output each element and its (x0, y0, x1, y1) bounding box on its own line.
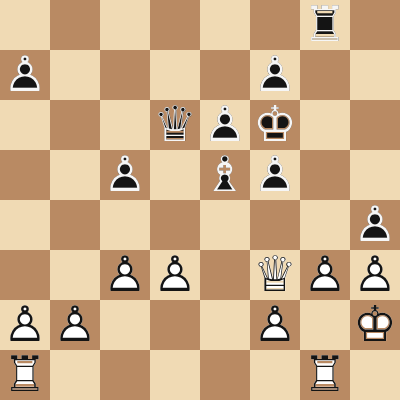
black-pawn-outline-glyph: ♙ (200, 100, 250, 150)
square-d7[interactable] (150, 50, 200, 100)
white-rook-fill-glyph: ♜ (300, 350, 350, 400)
square-f7[interactable]: ♟♙ (250, 50, 300, 100)
square-b8[interactable] (50, 0, 100, 50)
square-d8[interactable] (150, 0, 200, 50)
square-h6[interactable] (350, 100, 400, 150)
square-a8[interactable] (0, 0, 50, 50)
square-a5[interactable] (0, 150, 50, 200)
piece-white-pawn[interactable]: ♟♙ (100, 250, 150, 300)
piece-black-pawn[interactable]: ♟♙ (200, 100, 250, 150)
square-g1[interactable]: ♜♖ (300, 350, 350, 400)
square-b7[interactable] (50, 50, 100, 100)
square-h1[interactable] (350, 350, 400, 400)
square-h5[interactable] (350, 150, 400, 200)
black-pawn-outline-glyph: ♙ (0, 50, 50, 100)
piece-black-pawn[interactable]: ♟♙ (0, 50, 50, 100)
piece-white-pawn[interactable]: ♟♙ (350, 250, 400, 300)
piece-black-rook[interactable]: ♜♖ (300, 0, 350, 50)
square-d2[interactable] (150, 300, 200, 350)
black-pawn-outline-glyph: ♙ (250, 50, 300, 100)
square-g3[interactable]: ♟♙ (300, 250, 350, 300)
piece-black-pawn[interactable]: ♟♙ (250, 50, 300, 100)
white-pawn-fill-glyph: ♟ (350, 250, 400, 300)
white-pawn-outline-glyph: ♙ (350, 250, 400, 300)
white-pawn-fill-glyph: ♟ (150, 250, 200, 300)
white-pawn-outline-glyph: ♙ (100, 250, 150, 300)
square-b5[interactable] (50, 150, 100, 200)
black-queen-fill-glyph: ♛ (150, 100, 200, 150)
black-rook-fill-glyph: ♜ (300, 0, 350, 50)
square-g4[interactable] (300, 200, 350, 250)
black-pawn-fill-glyph: ♟ (100, 150, 150, 200)
square-d3[interactable]: ♟♙ (150, 250, 200, 300)
square-h4[interactable]: ♟♙ (350, 200, 400, 250)
square-a3[interactable] (0, 250, 50, 300)
square-g2[interactable] (300, 300, 350, 350)
square-f3[interactable]: ♛♕ (250, 250, 300, 300)
square-h8[interactable] (350, 0, 400, 50)
square-h3[interactable]: ♟♙ (350, 250, 400, 300)
white-pawn-fill-glyph: ♟ (0, 300, 50, 350)
black-bishop-fill-glyph: ♝ (200, 150, 250, 200)
black-king-outline-glyph: ♔ (250, 100, 300, 150)
square-f1[interactable] (250, 350, 300, 400)
square-g5[interactable] (300, 150, 350, 200)
piece-black-king[interactable]: ♚♔ (250, 100, 300, 150)
black-pawn-fill-glyph: ♟ (250, 50, 300, 100)
square-g6[interactable] (300, 100, 350, 150)
piece-white-pawn[interactable]: ♟♙ (250, 300, 300, 350)
black-pawn-outline-glyph: ♙ (100, 150, 150, 200)
square-a6[interactable] (0, 100, 50, 150)
square-e1[interactable] (200, 350, 250, 400)
white-pawn-outline-glyph: ♙ (50, 300, 100, 350)
square-e2[interactable] (200, 300, 250, 350)
black-queen-outline-glyph: ♕ (150, 100, 200, 150)
white-pawn-outline-glyph: ♙ (300, 250, 350, 300)
square-f5[interactable]: ♟♙ (250, 150, 300, 200)
square-e7[interactable] (200, 50, 250, 100)
black-pawn-outline-glyph: ♙ (350, 200, 400, 250)
white-king-fill-glyph: ♚ (350, 300, 400, 350)
square-b3[interactable] (50, 250, 100, 300)
black-pawn-fill-glyph: ♟ (250, 150, 300, 200)
white-king-outline-glyph: ♔ (350, 300, 400, 350)
black-bishop-outline-glyph: ♗ (200, 150, 250, 200)
piece-white-queen[interactable]: ♛♕ (250, 250, 300, 300)
piece-black-bishop[interactable]: ♝♗ (200, 150, 250, 200)
square-a7[interactable]: ♟♙ (0, 50, 50, 100)
black-pawn-outline-glyph: ♙ (250, 150, 300, 200)
square-e3[interactable] (200, 250, 250, 300)
piece-white-pawn[interactable]: ♟♙ (0, 300, 50, 350)
square-f2[interactable]: ♟♙ (250, 300, 300, 350)
square-e8[interactable] (200, 0, 250, 50)
chess-board: ♜♖♟♙♟♙♛♕♟♙♚♔♟♙♝♗♟♙♟♙♟♙♟♙♛♕♟♙♟♙♟♙♟♙♟♙♚♔♜♖… (0, 0, 400, 400)
square-h7[interactable] (350, 50, 400, 100)
black-king-fill-glyph: ♚ (250, 100, 300, 150)
piece-white-rook[interactable]: ♜♖ (0, 350, 50, 400)
square-f6[interactable]: ♚♔ (250, 100, 300, 150)
white-pawn-outline-glyph: ♙ (250, 300, 300, 350)
square-a2[interactable]: ♟♙ (0, 300, 50, 350)
piece-white-rook[interactable]: ♜♖ (300, 350, 350, 400)
piece-white-pawn[interactable]: ♟♙ (300, 250, 350, 300)
square-a1[interactable]: ♜♖ (0, 350, 50, 400)
black-pawn-fill-glyph: ♟ (200, 100, 250, 150)
square-c5[interactable]: ♟♙ (100, 150, 150, 200)
white-pawn-fill-glyph: ♟ (250, 300, 300, 350)
square-d5[interactable] (150, 150, 200, 200)
square-d1[interactable] (150, 350, 200, 400)
square-f4[interactable] (250, 200, 300, 250)
white-pawn-outline-glyph: ♙ (0, 300, 50, 350)
black-rook-outline-glyph: ♖ (300, 0, 350, 50)
white-pawn-fill-glyph: ♟ (300, 250, 350, 300)
square-h2[interactable]: ♚♔ (350, 300, 400, 350)
piece-white-pawn[interactable]: ♟♙ (150, 250, 200, 300)
square-g8[interactable]: ♜♖ (300, 0, 350, 50)
square-c8[interactable] (100, 0, 150, 50)
square-a4[interactable] (0, 200, 50, 250)
square-b1[interactable] (50, 350, 100, 400)
white-queen-fill-glyph: ♛ (250, 250, 300, 300)
square-e6[interactable]: ♟♙ (200, 100, 250, 150)
piece-white-king[interactable]: ♚♔ (350, 300, 400, 350)
square-d4[interactable] (150, 200, 200, 250)
white-queen-outline-glyph: ♕ (250, 250, 300, 300)
square-b4[interactable] (50, 200, 100, 250)
piece-black-pawn[interactable]: ♟♙ (350, 200, 400, 250)
white-pawn-fill-glyph: ♟ (100, 250, 150, 300)
white-rook-outline-glyph: ♖ (0, 350, 50, 400)
square-g7[interactable] (300, 50, 350, 100)
square-c3[interactable]: ♟♙ (100, 250, 150, 300)
square-d6[interactable]: ♛♕ (150, 100, 200, 150)
square-e4[interactable] (200, 200, 250, 250)
piece-black-pawn[interactable]: ♟♙ (250, 150, 300, 200)
black-pawn-fill-glyph: ♟ (0, 50, 50, 100)
black-pawn-fill-glyph: ♟ (350, 200, 400, 250)
piece-black-pawn[interactable]: ♟♙ (100, 150, 150, 200)
square-f8[interactable] (250, 0, 300, 50)
white-rook-fill-glyph: ♜ (0, 350, 50, 400)
square-c1[interactable] (100, 350, 150, 400)
square-c7[interactable] (100, 50, 150, 100)
square-c6[interactable] (100, 100, 150, 150)
white-rook-outline-glyph: ♖ (300, 350, 350, 400)
square-c4[interactable] (100, 200, 150, 250)
square-e5[interactable]: ♝♗ (200, 150, 250, 200)
piece-white-pawn[interactable]: ♟♙ (50, 300, 100, 350)
white-pawn-fill-glyph: ♟ (50, 300, 100, 350)
white-pawn-outline-glyph: ♙ (150, 250, 200, 300)
square-b2[interactable]: ♟♙ (50, 300, 100, 350)
piece-black-queen[interactable]: ♛♕ (150, 100, 200, 150)
square-b6[interactable] (50, 100, 100, 150)
square-c2[interactable] (100, 300, 150, 350)
